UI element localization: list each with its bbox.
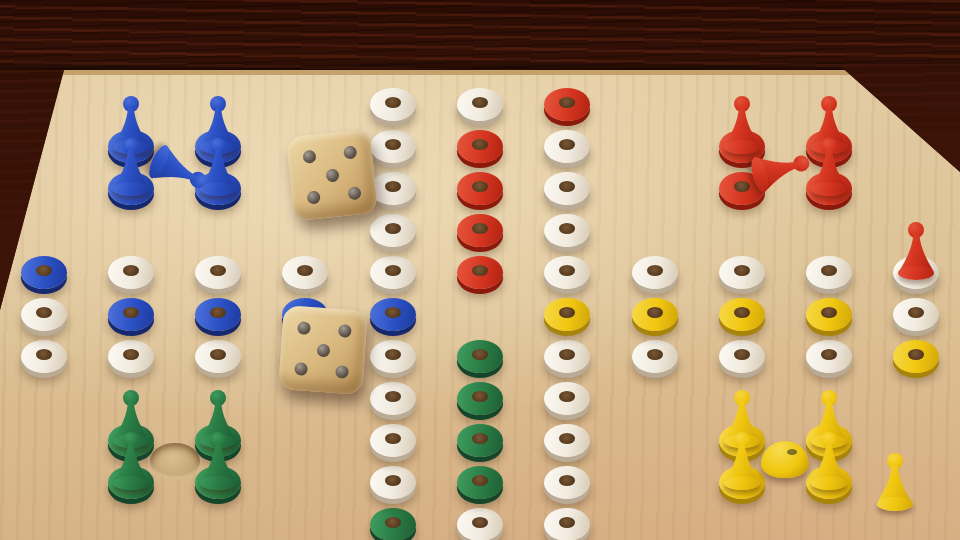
track-space: [719, 340, 765, 373]
peg-hole: [472, 139, 488, 150]
green-pawn[interactable]: [114, 432, 148, 490]
pawn-base: [898, 266, 934, 280]
peg-hole: [472, 223, 488, 234]
peg-hole: [734, 307, 750, 318]
track-space: [544, 466, 590, 499]
start-field-green: [370, 508, 416, 540]
die-pip: [342, 146, 356, 160]
track-space: [370, 466, 416, 499]
track-space: [544, 424, 590, 457]
track-space: [370, 340, 416, 373]
track-space: [457, 508, 503, 540]
peg-hole: [210, 349, 226, 360]
track-space: [195, 340, 241, 373]
track-space: [719, 256, 765, 289]
home-space-yellow: [806, 298, 852, 331]
peg-hole: [472, 475, 488, 486]
peg-hole: [385, 391, 401, 402]
track-space: [893, 298, 939, 331]
track-space: [544, 256, 590, 289]
peg-hole: [559, 181, 575, 192]
home-space-green: [457, 382, 503, 415]
peg-hole: [385, 139, 401, 150]
peg-hole: [123, 265, 139, 276]
home-space-green: [457, 340, 503, 373]
die-pip: [302, 150, 316, 164]
yellow-pawn[interactable]: [812, 432, 846, 490]
track-space: [632, 340, 678, 373]
peg-hole: [821, 307, 837, 318]
die-pip: [337, 324, 351, 338]
empty-recess: [150, 443, 200, 479]
blue-pawn[interactable]: [114, 138, 148, 196]
peg-hole: [472, 181, 488, 192]
peg-hole: [385, 475, 401, 486]
peg-hole: [472, 265, 488, 276]
peg-hole: [472, 349, 488, 360]
wooden-die-2-showing-5[interactable]: [278, 305, 368, 395]
peg-hole: [559, 97, 575, 108]
peg-hole: [647, 307, 663, 318]
home-space-red: [457, 214, 503, 247]
die-pip: [297, 321, 311, 335]
red-pawn[interactable]: [725, 96, 759, 154]
peg-hole: [472, 97, 488, 108]
ludo-board: [0, 70, 960, 540]
die-pip: [324, 168, 338, 182]
home-space-blue: [108, 298, 154, 331]
peg-hole: [472, 433, 488, 444]
track-space: [21, 340, 67, 373]
table-surface: [0, 0, 960, 540]
track-space: [544, 214, 590, 247]
track-space: [370, 256, 416, 289]
peg-hole: [36, 265, 52, 276]
track-space: [195, 256, 241, 289]
pawn-base: [811, 476, 847, 490]
pawn-base: [811, 182, 847, 196]
peg-hole: [559, 307, 575, 318]
die-pip: [307, 190, 321, 204]
yellow-pawn[interactable]: [878, 453, 912, 511]
die-pip: [347, 186, 361, 200]
peg-hole: [385, 181, 401, 192]
peg-hole: [385, 307, 401, 318]
peg-hole: [559, 475, 575, 486]
peg-hole: [647, 349, 663, 360]
track-space: [544, 508, 590, 540]
red-pawn[interactable]: [812, 138, 846, 196]
pawn-base: [113, 182, 149, 196]
peg-hole: [297, 265, 313, 276]
track-space: [544, 130, 590, 163]
track-space: [544, 172, 590, 205]
pawn-base: [877, 497, 913, 511]
home-space-red: [457, 172, 503, 205]
peg-hole: [559, 517, 575, 528]
track-space: [370, 88, 416, 121]
peg-hole: [385, 223, 401, 234]
peg-hole: [472, 391, 488, 402]
track-space: [370, 424, 416, 457]
home-space-green: [457, 424, 503, 457]
peg-hole: [123, 349, 139, 360]
peg-hole: [908, 307, 924, 318]
pawn-base: [724, 476, 760, 490]
start-field-blue: [21, 256, 67, 289]
peg-hole: [385, 433, 401, 444]
peg-hole: [472, 517, 488, 528]
die-pip: [316, 343, 330, 357]
track-space: [544, 382, 590, 415]
track-space: [806, 340, 852, 373]
peg-hole: [734, 181, 750, 192]
track-space: [632, 256, 678, 289]
peg-hole: [559, 349, 575, 360]
pawn-base: [113, 476, 149, 490]
track-space: [370, 130, 416, 163]
peg-hole: [210, 265, 226, 276]
track-space: [370, 382, 416, 415]
peg-hole: [908, 349, 924, 360]
peg-hole: [821, 265, 837, 276]
peg-hole: [821, 349, 837, 360]
green-pawn[interactable]: [201, 432, 235, 490]
peg-hole: [385, 349, 401, 360]
track-space: [282, 256, 328, 289]
dome-dent: [787, 449, 797, 455]
peg-hole: [559, 223, 575, 234]
peg-hole: [36, 307, 52, 318]
peg-hole: [559, 433, 575, 444]
home-space-red: [457, 130, 503, 163]
yellow-pawn[interactable]: [725, 432, 759, 490]
red-pawn[interactable]: [899, 222, 933, 280]
track-space: [21, 298, 67, 331]
track-space: [544, 340, 590, 373]
start-field-red: [544, 88, 590, 121]
die-pip: [294, 361, 308, 375]
yellow-dome-piece[interactable]: [761, 441, 809, 478]
peg-hole: [734, 265, 750, 276]
peg-hole: [385, 97, 401, 108]
home-space-blue: [370, 298, 416, 331]
peg-hole: [123, 307, 139, 318]
home-space-yellow: [719, 298, 765, 331]
start-field-yellow: [893, 340, 939, 373]
pawn-base: [200, 476, 236, 490]
home-space-green: [457, 466, 503, 499]
peg-hole: [210, 307, 226, 318]
peg-hole: [559, 139, 575, 150]
home-space-blue: [195, 298, 241, 331]
peg-hole: [734, 349, 750, 360]
track-space: [108, 340, 154, 373]
peg-hole: [385, 517, 401, 528]
pawn-base: [724, 140, 760, 154]
wooden-die-1-showing-5[interactable]: [285, 129, 377, 221]
peg-hole: [559, 391, 575, 402]
peg-hole: [385, 265, 401, 276]
peg-hole: [647, 265, 663, 276]
home-space-red: [457, 256, 503, 289]
pawn-base: [200, 182, 236, 196]
track-space: [806, 256, 852, 289]
home-space-yellow: [632, 298, 678, 331]
track-space: [370, 214, 416, 247]
peg-hole: [36, 349, 52, 360]
track-space: [457, 88, 503, 121]
home-space-yellow: [544, 298, 590, 331]
track-space: [108, 256, 154, 289]
peg-hole: [559, 265, 575, 276]
die-pip: [335, 364, 349, 378]
